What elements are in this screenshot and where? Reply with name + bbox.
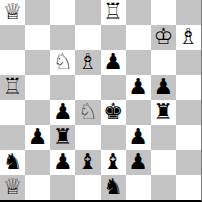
- square-h8[interactable]: [176, 0, 201, 25]
- square-h1[interactable]: [176, 175, 201, 200]
- square-d5[interactable]: [75, 75, 100, 100]
- white-queen-piece: ♕: [3, 176, 23, 198]
- square-e2[interactable]: ♝: [101, 150, 126, 175]
- square-h6[interactable]: [176, 50, 201, 75]
- square-e4[interactable]: ♚: [101, 100, 126, 125]
- square-d3[interactable]: [75, 125, 100, 150]
- square-a1[interactable]: ♕: [0, 175, 25, 200]
- square-b1[interactable]: [25, 175, 50, 200]
- white-queen-piece: ♕: [3, 1, 23, 23]
- square-a7[interactable]: [0, 25, 25, 50]
- square-a4[interactable]: [0, 100, 25, 125]
- square-h7[interactable]: ♗: [176, 25, 201, 50]
- square-g7[interactable]: ♔: [151, 25, 176, 50]
- square-b3[interactable]: ♟: [25, 125, 50, 150]
- black-pawn-piece: ♟: [53, 101, 73, 123]
- square-g4[interactable]: ♜: [151, 100, 176, 125]
- white-king-piece: ♔: [153, 26, 173, 48]
- square-f2[interactable]: ♟: [126, 150, 151, 175]
- square-d4[interactable]: ♘: [75, 100, 100, 125]
- square-c8[interactable]: [50, 0, 75, 25]
- chess-board: ♕♖♔♗♘♗♟♖♟♟♟♘♚♜♟♜♟♞♟♝♝♟♕♞: [0, 0, 201, 200]
- white-bishop-piece: ♗: [78, 51, 98, 73]
- square-g2[interactable]: [151, 150, 176, 175]
- chess-board-frame: ♕♖♔♗♘♗♟♖♟♟♟♘♚♜♟♜♟♞♟♝♝♟♕♞: [0, 0, 202, 202]
- square-h3[interactable]: [176, 125, 201, 150]
- square-c7[interactable]: [50, 25, 75, 50]
- square-h5[interactable]: [176, 75, 201, 100]
- square-c6[interactable]: ♘: [50, 50, 75, 75]
- square-h2[interactable]: [176, 150, 201, 175]
- white-knight-piece: ♘: [78, 101, 98, 123]
- square-c1[interactable]: [50, 175, 75, 200]
- square-g3[interactable]: [151, 125, 176, 150]
- square-e5[interactable]: [101, 75, 126, 100]
- black-rook-piece: ♜: [53, 126, 73, 148]
- square-c3[interactable]: ♜: [50, 125, 75, 150]
- square-f5[interactable]: ♟: [126, 75, 151, 100]
- square-b6[interactable]: [25, 50, 50, 75]
- black-pawn-piece: ♟: [128, 151, 148, 173]
- square-b8[interactable]: [25, 0, 50, 25]
- square-b7[interactable]: [25, 25, 50, 50]
- square-a8[interactable]: ♕: [0, 0, 25, 25]
- black-king-piece: ♚: [103, 101, 123, 123]
- square-d1[interactable]: [75, 175, 100, 200]
- square-g6[interactable]: [151, 50, 176, 75]
- square-e1[interactable]: ♞: [101, 175, 126, 200]
- square-b4[interactable]: [25, 100, 50, 125]
- black-pawn-piece: ♟: [128, 126, 148, 148]
- square-b2[interactable]: [25, 150, 50, 175]
- square-d2[interactable]: ♝: [75, 150, 100, 175]
- square-c5[interactable]: [50, 75, 75, 100]
- square-g8[interactable]: [151, 0, 176, 25]
- black-pawn-piece: ♟: [153, 76, 173, 98]
- square-e3[interactable]: [101, 125, 126, 150]
- black-bishop-piece: ♝: [78, 151, 98, 173]
- white-knight-piece: ♘: [53, 51, 73, 73]
- black-rook-piece: ♜: [153, 101, 173, 123]
- square-d8[interactable]: [75, 0, 100, 25]
- square-f7[interactable]: [126, 25, 151, 50]
- black-pawn-piece: ♟: [128, 76, 148, 98]
- square-e8[interactable]: ♖: [101, 0, 126, 25]
- square-f4[interactable]: [126, 100, 151, 125]
- square-f1[interactable]: [126, 175, 151, 200]
- square-f8[interactable]: [126, 0, 151, 25]
- square-f6[interactable]: [126, 50, 151, 75]
- square-a6[interactable]: [0, 50, 25, 75]
- black-pawn-piece: ♟: [53, 151, 73, 173]
- white-bishop-piece: ♗: [179, 26, 199, 48]
- square-d7[interactable]: [75, 25, 100, 50]
- square-g5[interactable]: ♟: [151, 75, 176, 100]
- square-e7[interactable]: [101, 25, 126, 50]
- square-b5[interactable]: [25, 75, 50, 100]
- black-pawn-piece: ♟: [28, 126, 48, 148]
- black-knight-piece: ♞: [103, 176, 123, 198]
- square-c2[interactable]: ♟: [50, 150, 75, 175]
- square-c4[interactable]: ♟: [50, 100, 75, 125]
- square-f3[interactable]: ♟: [126, 125, 151, 150]
- black-knight-piece: ♞: [3, 151, 23, 173]
- square-a2[interactable]: ♞: [0, 150, 25, 175]
- square-h4[interactable]: [176, 100, 201, 125]
- white-rook-piece: ♖: [3, 76, 23, 98]
- square-e6[interactable]: ♟: [101, 50, 126, 75]
- square-a5[interactable]: ♖: [0, 75, 25, 100]
- square-a3[interactable]: [0, 125, 25, 150]
- square-d6[interactable]: ♗: [75, 50, 100, 75]
- white-rook-piece: ♖: [103, 1, 123, 23]
- black-pawn-piece: ♟: [103, 51, 123, 73]
- black-bishop-piece: ♝: [103, 151, 123, 173]
- square-g1[interactable]: [151, 175, 176, 200]
